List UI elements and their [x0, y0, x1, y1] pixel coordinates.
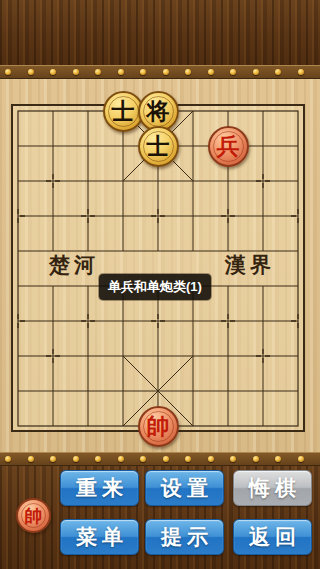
gold-stud-icon — [73, 456, 79, 462]
restart-button[interactable]: 重来 — [60, 470, 139, 506]
toast-message: 单兵和单炮类(1) — [99, 274, 211, 300]
gold-stud-icon — [28, 69, 34, 75]
menu-button[interactable]: 菜单 — [60, 519, 139, 555]
settings-button[interactable]: 设置 — [145, 470, 224, 506]
top-wood-panel — [0, 0, 320, 65]
xiangqi-game-screen: 楚河 漢界 士将士兵帥 单兵和单炮类(1) 帥 重来 设置 悔棋 菜单 提示 返… — [0, 0, 320, 569]
undo-button[interactable]: 悔棋 — [233, 470, 312, 506]
turn-indicator-red-general: 帥 — [16, 498, 51, 533]
gold-stud-icon — [253, 69, 259, 75]
top-stud-row — [0, 65, 320, 79]
gold-stud-icon — [118, 456, 124, 462]
gold-stud-icon — [298, 456, 304, 462]
bottom-stud-row — [0, 452, 320, 466]
gold-stud-icon — [118, 69, 124, 75]
board[interactable]: 士将士兵帥 — [1, 94, 316, 444]
gold-stud-icon — [95, 456, 101, 462]
gold-stud-icon — [208, 69, 214, 75]
piece-red-soldier[interactable]: 兵 — [208, 126, 249, 167]
gold-stud-icon — [73, 69, 79, 75]
gold-stud-icon — [163, 456, 169, 462]
gold-stud-icon — [140, 456, 146, 462]
gold-stud-icon — [208, 456, 214, 462]
gold-stud-icon — [50, 456, 56, 462]
gold-stud-icon — [275, 69, 281, 75]
gold-stud-icon — [298, 69, 304, 75]
gold-stud-icon — [95, 69, 101, 75]
gold-stud-icon — [5, 456, 11, 462]
back-button[interactable]: 返回 — [233, 519, 312, 555]
gold-stud-icon — [28, 456, 34, 462]
gold-stud-icon — [185, 456, 191, 462]
gold-stud-icon — [163, 69, 169, 75]
hint-button[interactable]: 提示 — [145, 519, 224, 555]
gold-stud-icon — [140, 69, 146, 75]
gold-stud-icon — [230, 456, 236, 462]
gold-stud-icon — [275, 456, 281, 462]
piece-red-general[interactable]: 帥 — [138, 406, 179, 447]
gold-stud-icon — [185, 69, 191, 75]
piece-black-advisor[interactable]: 士 — [138, 126, 179, 167]
gold-stud-icon — [5, 69, 11, 75]
gold-stud-icon — [50, 69, 56, 75]
gold-stud-icon — [230, 69, 236, 75]
gold-stud-icon — [253, 456, 259, 462]
